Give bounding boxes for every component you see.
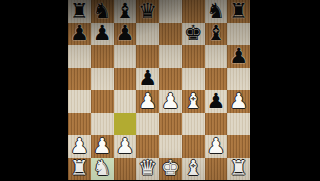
black-pawn-piece: ♟ [138,68,157,89]
square-f4[interactable]: ♝ [182,90,205,113]
square-g4[interactable]: ♟ [205,90,228,113]
white-pawn-piece: ♟ [206,135,225,156]
white-pawn-piece: ♟ [229,90,248,111]
black-pawn-piece: ♟ [229,45,248,66]
square-f8[interactable] [182,0,205,23]
square-c2[interactable]: ♟ [114,135,137,158]
square-f2[interactable] [182,135,205,158]
square-g6[interactable] [205,45,228,68]
square-e5[interactable] [159,68,182,91]
white-king-piece: ♚ [161,158,180,179]
square-e8[interactable] [159,0,182,23]
square-b2[interactable]: ♟ [91,135,114,158]
black-pawn-piece: ♟ [70,23,89,44]
black-king-piece: ♚ [184,23,203,44]
square-b7[interactable]: ♟ [91,23,114,46]
square-g1[interactable] [205,158,228,181]
white-pawn-piece: ♟ [70,135,89,156]
square-f5[interactable] [182,68,205,91]
square-b6[interactable] [91,45,114,68]
square-d8[interactable]: ♛ [136,0,159,23]
chess-board-area: ♜♞♝♛♞♜♟♟♟♚♝♟♟♟♟♝♟♟♟♟♟♟♜♞♛♚♝♜ [68,0,250,180]
square-g8[interactable]: ♞ [205,0,228,23]
square-a1[interactable]: ♜ [68,158,91,181]
square-e1[interactable]: ♚ [159,158,182,181]
square-a5[interactable] [68,68,91,91]
square-h2[interactable] [227,135,250,158]
black-rook-piece: ♜ [229,0,248,21]
square-c4[interactable] [114,90,137,113]
square-e3[interactable] [159,113,182,136]
square-h6[interactable]: ♟ [227,45,250,68]
square-c7[interactable]: ♟ [114,23,137,46]
square-c3[interactable] [114,113,137,136]
white-queen-piece: ♛ [138,158,157,179]
square-d5[interactable]: ♟ [136,68,159,91]
square-d4[interactable]: ♟ [136,90,159,113]
black-knight-piece: ♞ [93,0,112,21]
square-d3[interactable] [136,113,159,136]
black-bishop-piece: ♝ [206,23,225,44]
square-f3[interactable] [182,113,205,136]
square-e6[interactable] [159,45,182,68]
square-g5[interactable] [205,68,228,91]
chess-board: ♜♞♝♛♞♜♟♟♟♚♝♟♟♟♟♝♟♟♟♟♟♟♜♞♛♚♝♜ [68,0,250,180]
square-b1[interactable]: ♞ [91,158,114,181]
square-d1[interactable]: ♛ [136,158,159,181]
square-a8[interactable]: ♜ [68,0,91,23]
square-b3[interactable] [91,113,114,136]
square-g2[interactable]: ♟ [205,135,228,158]
square-e2[interactable] [159,135,182,158]
white-pawn-piece: ♟ [138,90,157,111]
square-a6[interactable] [68,45,91,68]
square-b8[interactable]: ♞ [91,0,114,23]
square-h3[interactable] [227,113,250,136]
white-knight-piece: ♞ [93,158,112,179]
square-c5[interactable] [114,68,137,91]
white-pawn-piece: ♟ [115,135,134,156]
square-a3[interactable] [68,113,91,136]
square-f1[interactable]: ♝ [182,158,205,181]
square-d6[interactable] [136,45,159,68]
black-bishop-piece: ♝ [115,0,134,21]
square-h5[interactable] [227,68,250,91]
square-a4[interactable] [68,90,91,113]
white-rook-piece: ♜ [70,158,89,179]
black-rook-piece: ♜ [70,0,89,21]
video-frame: ♜♞♝♛♞♜♟♟♟♚♝♟♟♟♟♝♟♟♟♟♟♟♜♞♛♚♝♜ [0,0,320,180]
white-rook-piece: ♜ [229,158,248,179]
square-c6[interactable] [114,45,137,68]
square-a2[interactable]: ♟ [68,135,91,158]
white-bishop-piece: ♝ [184,158,203,179]
square-h1[interactable]: ♜ [227,158,250,181]
letterbox-right [250,0,320,180]
square-e4[interactable]: ♟ [159,90,182,113]
white-pawn-piece: ♟ [93,135,112,156]
square-f6[interactable] [182,45,205,68]
square-h7[interactable] [227,23,250,46]
square-c8[interactable]: ♝ [114,0,137,23]
square-b5[interactable] [91,68,114,91]
square-c1[interactable] [114,158,137,181]
square-g7[interactable]: ♝ [205,23,228,46]
white-bishop-piece: ♝ [184,90,203,111]
square-d2[interactable] [136,135,159,158]
black-queen-piece: ♛ [138,0,157,21]
black-knight-piece: ♞ [206,0,225,21]
square-f7[interactable]: ♚ [182,23,205,46]
black-pawn-piece: ♟ [206,90,225,111]
square-d7[interactable] [136,23,159,46]
black-pawn-piece: ♟ [93,23,112,44]
square-g3[interactable] [205,113,228,136]
square-a7[interactable]: ♟ [68,23,91,46]
square-e7[interactable] [159,23,182,46]
square-h4[interactable]: ♟ [227,90,250,113]
square-b4[interactable] [91,90,114,113]
letterbox-left [0,0,68,180]
square-h8[interactable]: ♜ [227,0,250,23]
white-pawn-piece: ♟ [161,90,180,111]
black-pawn-piece: ♟ [115,23,134,44]
